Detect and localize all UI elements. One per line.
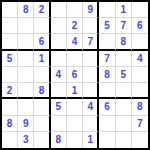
- cell-r1c8[interactable]: 1: [116, 2, 132, 18]
- cell-r3c8[interactable]: 8: [116, 34, 132, 50]
- cell-r3c9[interactable]: [132, 34, 148, 50]
- cell-r7c4[interactable]: 5: [51, 99, 67, 115]
- cell-r7c7[interactable]: 6: [99, 99, 115, 115]
- cell-r6c5[interactable]: 1: [67, 83, 83, 99]
- cell-r5c1[interactable]: [2, 67, 18, 83]
- cell-r9c2[interactable]: 3: [18, 132, 34, 148]
- cell-r5c8[interactable]: 5: [116, 67, 132, 83]
- cell-r1c2[interactable]: 8: [18, 2, 34, 18]
- cell-r8c9[interactable]: 7: [132, 116, 148, 132]
- cell-r4c5[interactable]: [67, 51, 83, 67]
- cell-r1c9[interactable]: [132, 2, 148, 18]
- cell-r9c5[interactable]: [67, 132, 83, 148]
- cell-r5c3[interactable]: [34, 67, 50, 83]
- cell-r9c3[interactable]: [34, 132, 50, 148]
- cell-r7c1[interactable]: [2, 99, 18, 115]
- cell-r3c2[interactable]: [18, 34, 34, 50]
- cell-r2c4[interactable]: [51, 18, 67, 34]
- cell-r5c5[interactable]: 6: [67, 67, 83, 83]
- cell-r5c4[interactable]: 4: [51, 67, 67, 83]
- cell-r8c5[interactable]: [67, 116, 83, 132]
- sudoku-board: 829125766478517446852815468897381: [0, 0, 150, 150]
- cell-r9c8[interactable]: [116, 132, 132, 148]
- cell-r7c8[interactable]: [116, 99, 132, 115]
- cell-r4c8[interactable]: [116, 51, 132, 67]
- cell-r6c6[interactable]: [83, 83, 99, 99]
- cell-r9c9[interactable]: [132, 132, 148, 148]
- cell-r2c8[interactable]: 7: [116, 18, 132, 34]
- cell-r6c1[interactable]: 2: [2, 83, 18, 99]
- cell-r2c1[interactable]: [2, 18, 18, 34]
- cell-r4c2[interactable]: [18, 51, 34, 67]
- cell-r4c1[interactable]: 5: [2, 51, 18, 67]
- cell-r7c6[interactable]: 4: [83, 99, 99, 115]
- cell-r6c9[interactable]: [132, 83, 148, 99]
- cell-r8c3[interactable]: [34, 116, 50, 132]
- cell-r2c6[interactable]: [83, 18, 99, 34]
- cell-r5c9[interactable]: [132, 67, 148, 83]
- cell-r1c3[interactable]: 2: [34, 2, 50, 18]
- cell-r4c3[interactable]: 1: [34, 51, 50, 67]
- cell-r4c4[interactable]: [51, 51, 67, 67]
- cell-r8c6[interactable]: [83, 116, 99, 132]
- cell-r1c5[interactable]: [67, 2, 83, 18]
- cell-r9c1[interactable]: [2, 132, 18, 148]
- cell-r3c7[interactable]: [99, 34, 115, 50]
- cell-r3c6[interactable]: 7: [83, 34, 99, 50]
- cell-r8c7[interactable]: [99, 116, 115, 132]
- cell-r4c7[interactable]: 7: [99, 51, 115, 67]
- cell-r3c1[interactable]: [2, 34, 18, 50]
- cell-r5c6[interactable]: [83, 67, 99, 83]
- cell-r1c1[interactable]: [2, 2, 18, 18]
- cell-r7c3[interactable]: [34, 99, 50, 115]
- cell-r2c3[interactable]: [34, 18, 50, 34]
- cell-r2c9[interactable]: 6: [132, 18, 148, 34]
- cell-r6c8[interactable]: [116, 83, 132, 99]
- cell-r6c4[interactable]: [51, 83, 67, 99]
- cell-r5c2[interactable]: [18, 67, 34, 83]
- cell-r6c3[interactable]: 8: [34, 83, 50, 99]
- cell-r9c6[interactable]: 1: [83, 132, 99, 148]
- cell-r4c6[interactable]: [83, 51, 99, 67]
- cell-r8c2[interactable]: 9: [18, 116, 34, 132]
- cell-r5c7[interactable]: 8: [99, 67, 115, 83]
- cell-r7c2[interactable]: [18, 99, 34, 115]
- cell-r2c2[interactable]: [18, 18, 34, 34]
- cell-r6c7[interactable]: [99, 83, 115, 99]
- cell-r6c2[interactable]: [18, 83, 34, 99]
- cell-r9c7[interactable]: [99, 132, 115, 148]
- cell-r8c8[interactable]: [116, 116, 132, 132]
- cell-r8c1[interactable]: 8: [2, 116, 18, 132]
- cell-r1c4[interactable]: [51, 2, 67, 18]
- cell-r4c9[interactable]: 4: [132, 51, 148, 67]
- cell-r3c5[interactable]: 4: [67, 34, 83, 50]
- cell-r3c3[interactable]: 6: [34, 34, 50, 50]
- cell-r9c4[interactable]: 8: [51, 132, 67, 148]
- cell-r8c4[interactable]: [51, 116, 67, 132]
- cell-r1c6[interactable]: 9: [83, 2, 99, 18]
- cell-r2c5[interactable]: 2: [67, 18, 83, 34]
- cell-r1c7[interactable]: [99, 2, 115, 18]
- cell-r3c4[interactable]: [51, 34, 67, 50]
- cell-r2c7[interactable]: 5: [99, 18, 115, 34]
- cell-r7c5[interactable]: [67, 99, 83, 115]
- cell-r7c9[interactable]: 8: [132, 99, 148, 115]
